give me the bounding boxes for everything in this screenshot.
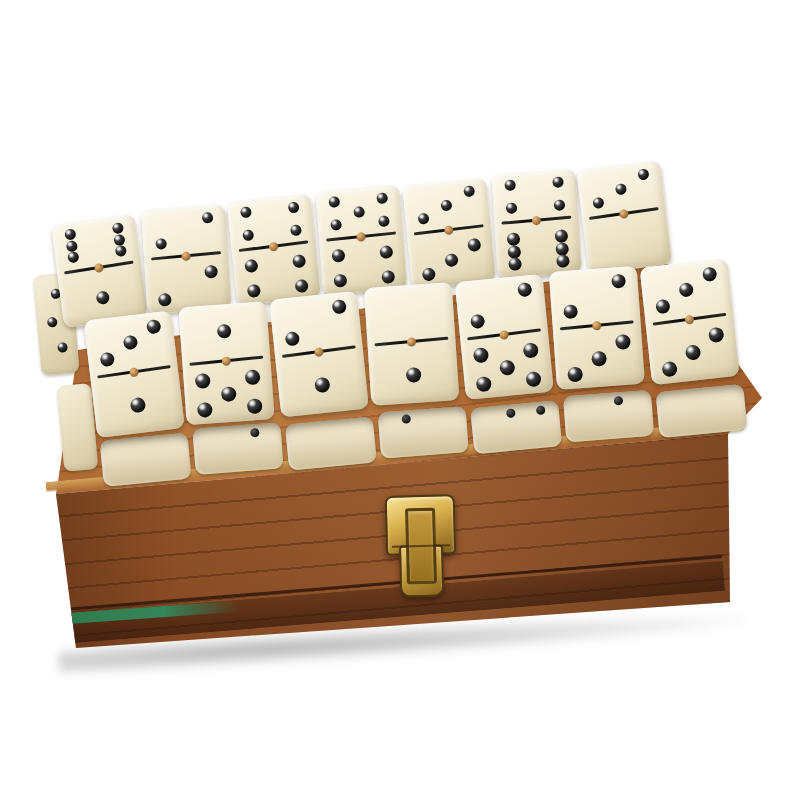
pip [353, 206, 365, 218]
pip [555, 242, 569, 256]
domino-half [461, 335, 554, 400]
domino-edge [470, 400, 562, 454]
pip [204, 265, 218, 279]
pip [554, 229, 568, 243]
pip [702, 266, 717, 281]
domino-back-4[interactable] [315, 185, 407, 295]
domino-front-1[interactable] [84, 311, 185, 439]
pip [314, 376, 330, 392]
pip [685, 344, 702, 361]
pip [158, 293, 172, 307]
domino-edge [285, 416, 377, 470]
pip [506, 203, 518, 215]
pip [505, 179, 517, 191]
pip [250, 428, 260, 438]
product-photo-scene: { "game": "dominoes", "scene": "Double-s… [0, 0, 800, 800]
pip [467, 238, 481, 252]
domino-front-6[interactable] [549, 266, 645, 390]
pip [247, 284, 261, 298]
pip [291, 254, 305, 268]
pip [47, 317, 58, 328]
pip [243, 229, 255, 241]
domino-back-5[interactable] [402, 178, 495, 289]
pip [246, 398, 262, 414]
domino-front-7[interactable] [640, 258, 740, 385]
pip [285, 331, 300, 346]
domino-half [364, 282, 455, 342]
pip [613, 396, 623, 406]
domino-half [491, 169, 578, 221]
pip [379, 245, 393, 259]
pip [708, 327, 725, 344]
pip [591, 350, 607, 366]
pip [217, 324, 232, 339]
pip [245, 259, 259, 273]
pip [507, 232, 521, 246]
pip [123, 335, 139, 351]
pip [476, 376, 492, 392]
pip [114, 245, 126, 257]
pip [556, 254, 570, 268]
pip [593, 197, 605, 209]
pip [637, 168, 649, 180]
pip [470, 313, 485, 328]
pip [553, 200, 565, 212]
pip [95, 290, 110, 305]
pip [376, 192, 388, 204]
pip [146, 318, 162, 334]
domino-front-4[interactable] [364, 282, 460, 406]
pip [611, 273, 626, 288]
domino-front-3[interactable] [269, 291, 369, 418]
pip [567, 366, 583, 382]
pip [522, 342, 538, 358]
pip [197, 402, 213, 418]
domino-edge [656, 384, 748, 438]
pip [156, 238, 168, 250]
domino-half [640, 258, 733, 321]
pip [615, 183, 627, 195]
pip [331, 219, 343, 231]
pip [100, 351, 116, 367]
pip [615, 334, 631, 350]
domino-back-7[interactable] [576, 160, 672, 273]
pip [422, 268, 436, 282]
domino-half [183, 362, 275, 425]
pip [564, 304, 579, 319]
pip [334, 274, 348, 288]
domino-half [178, 301, 270, 361]
pip [506, 408, 516, 418]
domino-half [549, 266, 641, 326]
domino-back-2[interactable] [141, 205, 232, 314]
pip [525, 371, 541, 387]
domino-half [553, 327, 645, 390]
domino-half [91, 371, 185, 438]
pip [418, 213, 430, 225]
pip [66, 240, 78, 252]
pip [201, 212, 213, 224]
pip [552, 176, 564, 188]
pip [332, 249, 346, 263]
pip [509, 257, 523, 271]
pip [294, 279, 308, 293]
domino-half [315, 185, 402, 238]
domino-edge [378, 406, 469, 459]
pip [57, 342, 68, 353]
pip [406, 366, 422, 382]
pip [65, 228, 77, 240]
pip [517, 282, 532, 297]
domino-back-3[interactable] [227, 194, 321, 306]
pip [290, 225, 302, 237]
pip [240, 206, 252, 218]
pip [111, 222, 123, 234]
pip [499, 359, 515, 375]
pip [68, 251, 80, 263]
pip [381, 270, 395, 284]
pip [536, 405, 546, 415]
domino-half [141, 205, 228, 257]
pip [221, 386, 237, 402]
domino-back-6[interactable] [491, 169, 581, 278]
pip [329, 196, 341, 208]
pip [679, 282, 694, 297]
pip [508, 245, 522, 259]
domino-half [455, 274, 548, 336]
domino-half [269, 291, 362, 354]
domino-edge [563, 390, 654, 443]
domino-front-2[interactable] [178, 301, 274, 425]
brass-latch[interactable] [385, 494, 458, 598]
pip [662, 361, 679, 378]
domino-half [646, 319, 740, 385]
domino-half [276, 352, 369, 418]
domino-front-5[interactable] [455, 274, 554, 400]
pip [244, 370, 260, 386]
pip [440, 199, 452, 211]
pip [378, 216, 390, 228]
pip [655, 298, 670, 313]
domino-half [84, 311, 178, 375]
pip [444, 253, 458, 267]
pip [130, 396, 147, 413]
domino-half [368, 343, 460, 406]
domino-edge [192, 422, 283, 475]
pip [331, 299, 346, 314]
domino-edge [100, 433, 192, 487]
pip [287, 201, 299, 213]
pip [473, 347, 489, 363]
pip [113, 233, 125, 245]
pip [463, 185, 475, 197]
pip [402, 414, 412, 424]
pip [195, 373, 211, 389]
